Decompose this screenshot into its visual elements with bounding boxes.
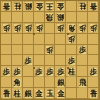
sente-piece-歩[interactable]: 歩 — [56, 67, 65, 77]
sente-piece-香[interactable]: 香 — [2, 89, 11, 99]
sente-piece-歩[interactable]: 歩 — [24, 56, 33, 66]
hoshi-dot — [67, 33, 69, 35]
square-46[interactable] — [55, 55, 66, 66]
gote-piece-金[interactable]: 金 — [35, 1, 44, 11]
square-97[interactable]: 歩 — [1, 66, 12, 77]
square-55[interactable]: 歩 — [45, 45, 56, 56]
square-41[interactable]: 金 — [55, 1, 66, 12]
gote-piece-角[interactable]: 角 — [67, 23, 76, 33]
gote-piece-歩[interactable]: 歩 — [2, 23, 11, 33]
gote-piece-桂[interactable]: 桂 — [13, 1, 22, 11]
gote-piece-飛[interactable]: 飛 — [45, 12, 54, 22]
square-92[interactable] — [1, 12, 12, 23]
hoshi-dot — [33, 33, 35, 35]
sente-piece-玉[interactable]: 玉 — [45, 89, 54, 99]
square-62[interactable] — [34, 12, 45, 23]
square-78[interactable] — [23, 77, 34, 88]
square-58[interactable] — [45, 77, 56, 88]
hoshi-dot — [33, 67, 35, 69]
square-63[interactable]: 歩 — [34, 23, 45, 34]
square-71[interactable]: 銀 — [23, 1, 34, 12]
sente-piece-香[interactable]: 香 — [89, 89, 98, 99]
square-23[interactable]: 歩 — [77, 23, 88, 34]
square-18[interactable] — [88, 77, 99, 88]
square-65[interactable] — [34, 45, 45, 56]
square-93[interactable]: 歩 — [1, 23, 12, 34]
square-99[interactable]: 香 — [1, 88, 12, 99]
square-51[interactable]: 王 — [45, 1, 56, 12]
square-77[interactable] — [23, 66, 34, 77]
sente-piece-歩[interactable]: 歩 — [45, 67, 54, 77]
sente-piece-銀[interactable]: 銀 — [24, 89, 33, 99]
square-17[interactable]: 歩 — [88, 66, 99, 77]
square-35[interactable] — [66, 45, 77, 56]
sente-piece-角[interactable]: 角 — [13, 78, 22, 88]
gote-piece-香[interactable]: 香 — [89, 1, 98, 11]
sente-piece-歩[interactable]: 歩 — [67, 56, 76, 66]
square-48[interactable]: 銀 — [55, 77, 66, 88]
square-64[interactable] — [34, 34, 45, 45]
square-15[interactable] — [88, 45, 99, 56]
gote-piece-王[interactable]: 王 — [45, 1, 54, 11]
hoshi-dot — [67, 67, 69, 69]
sente-piece-歩[interactable]: 歩 — [2, 67, 11, 77]
square-53[interactable] — [45, 23, 56, 34]
sente-piece-飛[interactable]: 飛 — [78, 78, 87, 88]
square-29[interactable] — [77, 88, 88, 99]
square-94[interactable] — [1, 34, 12, 45]
square-22[interactable] — [77, 12, 88, 23]
square-61[interactable]: 金 — [34, 1, 45, 12]
square-27[interactable] — [77, 66, 88, 77]
square-14[interactable] — [88, 34, 99, 45]
square-73[interactable]: 歩 — [23, 23, 34, 34]
square-98[interactable] — [1, 77, 12, 88]
sente-piece-金[interactable]: 金 — [35, 89, 44, 99]
square-87[interactable]: 歩 — [12, 66, 23, 77]
square-28[interactable]: 飛 — [77, 77, 88, 88]
gote-piece-銀[interactable]: 銀 — [56, 12, 65, 22]
square-89[interactable]: 桂 — [12, 88, 23, 99]
gote-piece-歩[interactable]: 歩 — [45, 45, 54, 55]
gote-piece-歩[interactable]: 歩 — [13, 23, 22, 33]
gote-piece-歩[interactable]: 歩 — [89, 23, 98, 33]
shogi-board: 香桂銀金王金桂香飛銀歩歩歩歩歩角歩歩歩歩歩歩歩歩歩歩歩歩桂歩角銀飛香桂銀金玉金香 — [0, 0, 100, 100]
sente-piece-歩[interactable]: 歩 — [78, 45, 87, 55]
gote-piece-歩[interactable]: 歩 — [35, 23, 44, 33]
sente-piece-桂[interactable]: 桂 — [67, 67, 76, 77]
square-32[interactable] — [66, 12, 77, 23]
square-95[interactable] — [1, 45, 12, 56]
square-85[interactable] — [12, 45, 23, 56]
gote-piece-香[interactable]: 香 — [2, 1, 11, 11]
gote-piece-金[interactable]: 金 — [56, 1, 65, 11]
sente-piece-歩[interactable]: 歩 — [13, 67, 22, 77]
sente-piece-桂[interactable]: 桂 — [13, 89, 22, 99]
square-54[interactable] — [45, 34, 56, 45]
square-75[interactable] — [23, 45, 34, 56]
square-59[interactable]: 玉 — [45, 88, 56, 99]
square-91[interactable]: 香 — [1, 1, 12, 12]
square-76[interactable]: 歩 — [23, 55, 34, 66]
sente-piece-歩[interactable]: 歩 — [89, 67, 98, 77]
square-88[interactable]: 角 — [12, 77, 23, 88]
square-25[interactable]: 歩 — [77, 45, 88, 56]
sente-piece-銀[interactable]: 銀 — [56, 78, 65, 88]
square-79[interactable]: 銀 — [23, 88, 34, 99]
square-86[interactable] — [12, 55, 23, 66]
square-83[interactable]: 歩 — [12, 23, 23, 34]
square-26[interactable] — [77, 55, 88, 66]
square-56[interactable] — [45, 55, 56, 66]
square-66[interactable] — [34, 55, 45, 66]
square-49[interactable]: 金 — [55, 88, 66, 99]
square-38[interactable] — [66, 77, 77, 88]
square-96[interactable] — [1, 55, 12, 66]
square-44[interactable] — [55, 34, 66, 45]
square-31[interactable] — [66, 1, 77, 12]
square-13[interactable]: 歩 — [88, 23, 99, 34]
square-52[interactable]: 飛 — [45, 12, 56, 23]
square-81[interactable]: 桂 — [12, 1, 23, 12]
square-21[interactable]: 桂 — [77, 1, 88, 12]
square-43[interactable]: 歩 — [55, 23, 66, 34]
square-82[interactable] — [12, 12, 23, 23]
square-47[interactable]: 歩 — [55, 66, 66, 77]
square-16[interactable] — [88, 55, 99, 66]
gote-piece-歩[interactable]: 歩 — [67, 34, 76, 44]
square-45[interactable] — [55, 45, 66, 56]
square-74[interactable] — [23, 34, 34, 45]
sente-piece-歩[interactable]: 歩 — [35, 67, 44, 77]
square-57[interactable]: 歩 — [45, 66, 56, 77]
square-24[interactable] — [77, 34, 88, 45]
square-33[interactable]: 角 — [66, 23, 77, 34]
square-11[interactable]: 香 — [88, 1, 99, 12]
sente-piece-金[interactable]: 金 — [56, 89, 65, 99]
square-69[interactable]: 金 — [34, 88, 45, 99]
gote-piece-歩[interactable]: 歩 — [24, 23, 33, 33]
square-19[interactable]: 香 — [88, 88, 99, 99]
square-12[interactable] — [88, 12, 99, 23]
square-42[interactable]: 銀 — [55, 12, 66, 23]
gote-piece-歩[interactable]: 歩 — [78, 23, 87, 33]
gote-piece-銀[interactable]: 銀 — [24, 1, 33, 11]
square-39[interactable] — [66, 88, 77, 99]
square-68[interactable] — [34, 77, 45, 88]
shogi-app: 香桂銀金王金桂香飛銀歩歩歩歩歩角歩歩歩歩歩歩歩歩歩歩歩歩桂歩角銀飛香桂銀金玉金香 — [0, 0, 100, 100]
gote-piece-歩[interactable]: 歩 — [56, 23, 65, 33]
gote-piece-桂[interactable]: 桂 — [78, 1, 87, 11]
square-36[interactable]: 歩 — [66, 55, 77, 66]
square-84[interactable] — [12, 34, 23, 45]
square-72[interactable] — [23, 12, 34, 23]
